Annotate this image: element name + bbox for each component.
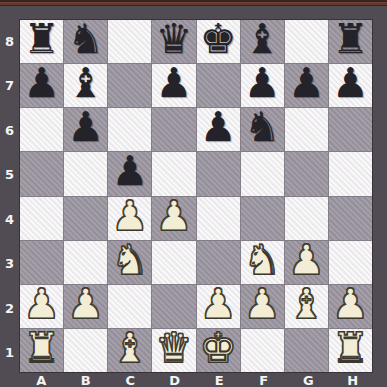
piece-white-pawn[interactable]: ♟ — [156, 196, 193, 237]
square-c8[interactable] — [108, 20, 151, 63]
piece-black-king[interactable]: ♚ — [200, 19, 237, 60]
square-e2[interactable]: ♟ — [197, 285, 240, 328]
piece-black-pawn[interactable]: ♟ — [332, 63, 369, 104]
rank-label-6: 6 — [0, 108, 19, 153]
square-f4[interactable] — [241, 197, 284, 240]
square-b1[interactable] — [64, 329, 107, 372]
piece-black-pawn[interactable]: ♟ — [23, 63, 60, 104]
square-e4[interactable] — [197, 197, 240, 240]
chess-board: ♜♞♛♚♝♜♟♝♟♟♟♟♟♟♞♟♟♟♞♞♟♟♟♟♟♝♟♜♝♛♚♜ — [19, 19, 373, 373]
square-h5[interactable] — [329, 152, 372, 195]
piece-white-queen[interactable]: ♛ — [156, 328, 193, 369]
piece-black-pawn[interactable]: ♟ — [288, 63, 325, 104]
piece-black-rook[interactable]: ♜ — [332, 19, 369, 60]
square-d4[interactable]: ♟ — [152, 197, 195, 240]
square-a1[interactable]: ♜ — [20, 329, 63, 372]
square-b4[interactable] — [64, 197, 107, 240]
square-f2[interactable]: ♟ — [241, 285, 284, 328]
square-b5[interactable] — [64, 152, 107, 195]
piece-white-knight[interactable]: ♞ — [244, 240, 281, 281]
piece-black-knight[interactable]: ♞ — [67, 19, 104, 60]
square-f5[interactable] — [241, 152, 284, 195]
square-c6[interactable] — [108, 108, 151, 151]
square-g2[interactable]: ♝ — [285, 285, 328, 328]
square-c7[interactable] — [108, 64, 151, 107]
square-d1[interactable]: ♛ — [152, 329, 195, 372]
piece-black-queen[interactable]: ♛ — [156, 19, 193, 60]
piece-black-pawn[interactable]: ♟ — [200, 107, 237, 148]
file-labels: ABCDEFGH — [19, 374, 375, 387]
square-a2[interactable]: ♟ — [20, 285, 63, 328]
square-g6[interactable] — [285, 108, 328, 151]
square-h8[interactable]: ♜ — [329, 20, 372, 63]
square-b7[interactable]: ♝ — [64, 64, 107, 107]
square-e6[interactable]: ♟ — [197, 108, 240, 151]
file-label-h: H — [331, 374, 376, 387]
square-d2[interactable] — [152, 285, 195, 328]
piece-black-pawn[interactable]: ♟ — [244, 63, 281, 104]
square-c1[interactable]: ♝ — [108, 329, 151, 372]
rank-label-8: 8 — [0, 19, 19, 64]
file-label-e: E — [197, 374, 242, 387]
square-g4[interactable] — [285, 197, 328, 240]
square-e5[interactable] — [197, 152, 240, 195]
piece-white-pawn[interactable]: ♟ — [332, 284, 369, 325]
square-e3[interactable] — [197, 241, 240, 284]
piece-black-pawn[interactable]: ♟ — [156, 63, 193, 104]
file-label-a: A — [19, 374, 64, 387]
square-b6[interactable]: ♟ — [64, 108, 107, 151]
wood-edge-strip — [0, 0, 387, 6]
square-f1[interactable] — [241, 329, 284, 372]
piece-black-rook[interactable]: ♜ — [23, 19, 60, 60]
piece-white-pawn[interactable]: ♟ — [200, 284, 237, 325]
rank-label-4: 4 — [0, 197, 19, 242]
square-h3[interactable] — [329, 241, 372, 284]
square-b2[interactable]: ♟ — [64, 285, 107, 328]
piece-white-pawn[interactable]: ♟ — [67, 284, 104, 325]
piece-white-bishop[interactable]: ♝ — [111, 328, 148, 369]
square-b3[interactable] — [64, 241, 107, 284]
square-f7[interactable]: ♟ — [241, 64, 284, 107]
square-a8[interactable]: ♜ — [20, 20, 63, 63]
square-g5[interactable] — [285, 152, 328, 195]
square-h7[interactable]: ♟ — [329, 64, 372, 107]
square-e1[interactable]: ♚ — [197, 329, 240, 372]
piece-white-rook[interactable]: ♜ — [332, 328, 369, 369]
square-c5[interactable]: ♟ — [108, 152, 151, 195]
piece-white-king[interactable]: ♚ — [200, 328, 237, 369]
rank-label-2: 2 — [0, 286, 19, 331]
square-f3[interactable]: ♞ — [241, 241, 284, 284]
rank-label-3: 3 — [0, 242, 19, 287]
square-d8[interactable]: ♛ — [152, 20, 195, 63]
file-label-d: D — [153, 374, 198, 387]
piece-white-pawn[interactable]: ♟ — [288, 240, 325, 281]
rank-label-5: 5 — [0, 153, 19, 198]
piece-white-rook[interactable]: ♜ — [23, 328, 60, 369]
square-g7[interactable]: ♟ — [285, 64, 328, 107]
file-label-g: G — [286, 374, 331, 387]
square-f8[interactable]: ♝ — [241, 20, 284, 63]
square-c2[interactable] — [108, 285, 151, 328]
square-a6[interactable] — [20, 108, 63, 151]
piece-black-knight[interactable]: ♞ — [244, 107, 281, 148]
square-d6[interactable] — [152, 108, 195, 151]
square-h1[interactable]: ♜ — [329, 329, 372, 372]
square-g3[interactable]: ♟ — [285, 241, 328, 284]
file-label-b: B — [64, 374, 109, 387]
square-d7[interactable]: ♟ — [152, 64, 195, 107]
file-label-c: C — [108, 374, 153, 387]
square-g1[interactable] — [285, 329, 328, 372]
square-c3[interactable]: ♞ — [108, 241, 151, 284]
piece-white-bishop[interactable]: ♝ — [288, 284, 325, 325]
square-a7[interactable]: ♟ — [20, 64, 63, 107]
rank-label-1: 1 — [0, 331, 19, 376]
square-e7[interactable] — [197, 64, 240, 107]
square-f6[interactable]: ♞ — [241, 108, 284, 151]
piece-white-pawn[interactable]: ♟ — [23, 284, 60, 325]
square-h4[interactable] — [329, 197, 372, 240]
rank-labels: 87654321 — [0, 19, 19, 375]
square-e8[interactable]: ♚ — [197, 20, 240, 63]
square-d3[interactable] — [152, 241, 195, 284]
file-label-f: F — [242, 374, 287, 387]
rank-label-7: 7 — [0, 64, 19, 109]
square-a4[interactable] — [20, 197, 63, 240]
piece-white-pawn[interactable]: ♟ — [244, 284, 281, 325]
square-b8[interactable]: ♞ — [64, 20, 107, 63]
chess-board-window: 87654321 ♜♞♛♚♝♜♟♝♟♟♟♟♟♟♞♟♟♟♞♞♟♟♟♟♟♝♟♜♝♛♚… — [0, 0, 387, 387]
square-h2[interactable]: ♟ — [329, 285, 372, 328]
square-a3[interactable] — [20, 241, 63, 284]
piece-white-knight[interactable]: ♞ — [111, 240, 148, 281]
square-a5[interactable] — [20, 152, 63, 195]
square-d5[interactable] — [152, 152, 195, 195]
square-c4[interactable]: ♟ — [108, 197, 151, 240]
square-g8[interactable] — [285, 20, 328, 63]
piece-black-pawn[interactable]: ♟ — [67, 107, 104, 148]
square-h6[interactable] — [329, 108, 372, 151]
piece-white-pawn[interactable]: ♟ — [111, 196, 148, 237]
piece-black-pawn[interactable]: ♟ — [111, 151, 148, 192]
piece-black-bishop[interactable]: ♝ — [244, 19, 281, 60]
piece-black-bishop[interactable]: ♝ — [67, 63, 104, 104]
